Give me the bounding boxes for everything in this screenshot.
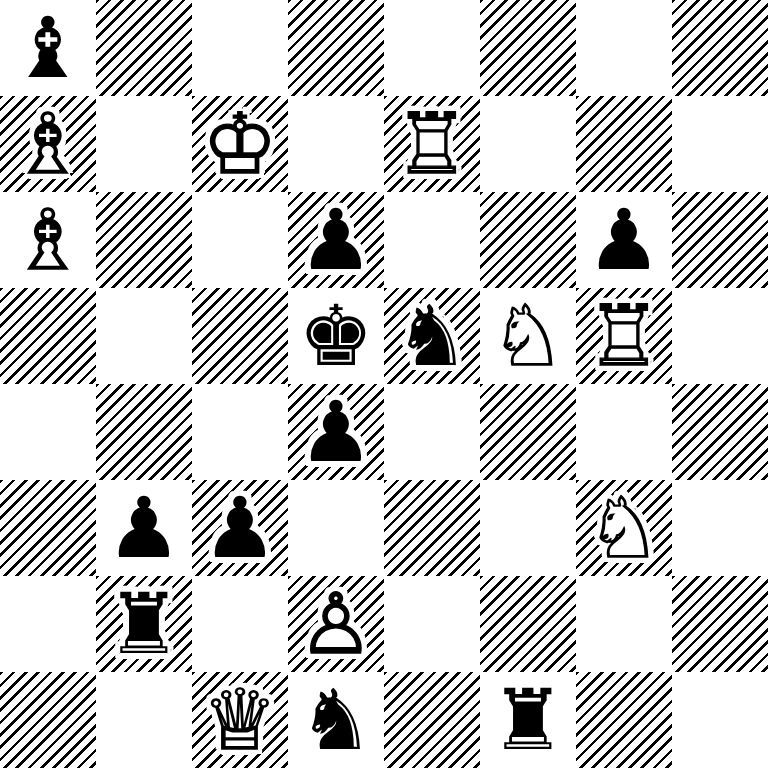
square-c5[interactable] [192,288,288,384]
square-f2[interactable] [480,576,576,672]
piece-black-pawn: ♟ [576,192,672,288]
square-e8[interactable] [384,0,480,96]
square-g6[interactable]: ♟ [576,192,672,288]
square-d8[interactable] [288,0,384,96]
square-d6[interactable]: ♟ [288,192,384,288]
square-g5[interactable]: ♜♖ [576,288,672,384]
rook-icon: ♖ [384,96,480,192]
square-h8[interactable] [672,0,768,96]
square-h5[interactable] [672,288,768,384]
square-h1[interactable] [672,672,768,768]
piece-white-knight: ♞♘ [480,288,576,384]
square-d4[interactable]: ♟ [288,384,384,480]
square-g2[interactable] [576,576,672,672]
king-icon: ♔ [192,96,288,192]
square-g7[interactable] [576,96,672,192]
king-icon: ♚ [288,288,384,384]
square-b5[interactable] [96,288,192,384]
square-d7[interactable] [288,96,384,192]
square-a8[interactable]: ♝ [0,0,96,96]
piece-white-bishop: ♝♗ [0,192,96,288]
knight-icon: ♘ [576,480,672,576]
square-e5[interactable]: ♞ [384,288,480,384]
square-h3[interactable] [672,480,768,576]
piece-black-king: ♚ [288,288,384,384]
square-b3[interactable]: ♟ [96,480,192,576]
bishop-icon: ♝ [0,0,96,96]
square-c2[interactable] [192,576,288,672]
piece-black-rook: ♜ [480,672,576,768]
square-b8[interactable] [96,0,192,96]
knight-icon: ♞ [384,288,480,384]
rook-icon: ♜ [96,576,192,672]
square-a4[interactable] [0,384,96,480]
piece-black-pawn: ♟ [192,480,288,576]
square-h4[interactable] [672,384,768,480]
piece-white-king: ♚♔ [192,96,288,192]
square-c8[interactable] [192,0,288,96]
piece-black-bishop: ♝ [0,0,96,96]
square-g8[interactable] [576,0,672,96]
square-b1[interactable] [96,672,192,768]
pawn-icon: ♟ [288,384,384,480]
square-h7[interactable] [672,96,768,192]
square-e2[interactable] [384,576,480,672]
square-d5[interactable]: ♚ [288,288,384,384]
square-c4[interactable] [192,384,288,480]
square-b4[interactable] [96,384,192,480]
square-h6[interactable] [672,192,768,288]
chess-board: ♝♝♗♚♔♜♖♝♗♟♟♚♞♞♘♜♖♟♟♟♞♘♜♟♙♛♕♞♜ [0,0,768,768]
piece-white-rook: ♜♖ [576,288,672,384]
square-e7[interactable]: ♜♖ [384,96,480,192]
queen-icon: ♕ [192,672,288,768]
square-f7[interactable] [480,96,576,192]
pawn-icon: ♟ [96,480,192,576]
rook-icon: ♖ [576,288,672,384]
pawn-icon: ♙ [288,576,384,672]
square-e4[interactable] [384,384,480,480]
square-a7[interactable]: ♝♗ [0,96,96,192]
square-a1[interactable] [0,672,96,768]
square-g3[interactable]: ♞♘ [576,480,672,576]
pawn-icon: ♟ [192,480,288,576]
piece-black-rook: ♜ [96,576,192,672]
square-g4[interactable] [576,384,672,480]
knight-icon: ♞ [288,672,384,768]
piece-black-knight: ♞ [288,672,384,768]
square-e3[interactable] [384,480,480,576]
square-f8[interactable] [480,0,576,96]
piece-black-pawn: ♟ [96,480,192,576]
piece-white-bishop: ♝♗ [0,96,96,192]
piece-black-pawn: ♟ [288,192,384,288]
square-c7[interactable]: ♚♔ [192,96,288,192]
square-h2[interactable] [672,576,768,672]
piece-white-queen: ♛♕ [192,672,288,768]
square-a6[interactable]: ♝♗ [0,192,96,288]
square-e1[interactable] [384,672,480,768]
square-a2[interactable] [0,576,96,672]
bishop-icon: ♗ [0,96,96,192]
square-b2[interactable]: ♜ [96,576,192,672]
bishop-icon: ♗ [0,192,96,288]
square-a3[interactable] [0,480,96,576]
pawn-icon: ♟ [288,192,384,288]
square-c3[interactable]: ♟ [192,480,288,576]
square-b6[interactable] [96,192,192,288]
square-a5[interactable] [0,288,96,384]
square-e6[interactable] [384,192,480,288]
square-d1[interactable]: ♞ [288,672,384,768]
square-c1[interactable]: ♛♕ [192,672,288,768]
square-f6[interactable] [480,192,576,288]
square-f5[interactable]: ♞♘ [480,288,576,384]
square-d3[interactable] [288,480,384,576]
square-f4[interactable] [480,384,576,480]
piece-white-rook: ♜♖ [384,96,480,192]
knight-icon: ♘ [480,288,576,384]
pawn-icon: ♟ [576,192,672,288]
piece-black-pawn: ♟ [288,384,384,480]
rook-icon: ♜ [480,672,576,768]
square-b7[interactable] [96,96,192,192]
piece-white-pawn: ♟♙ [288,576,384,672]
square-f1[interactable]: ♜ [480,672,576,768]
square-c6[interactable] [192,192,288,288]
piece-white-knight: ♞♘ [576,480,672,576]
square-g1[interactable] [576,672,672,768]
piece-black-knight: ♞ [384,288,480,384]
square-d2[interactable]: ♟♙ [288,576,384,672]
square-f3[interactable] [480,480,576,576]
